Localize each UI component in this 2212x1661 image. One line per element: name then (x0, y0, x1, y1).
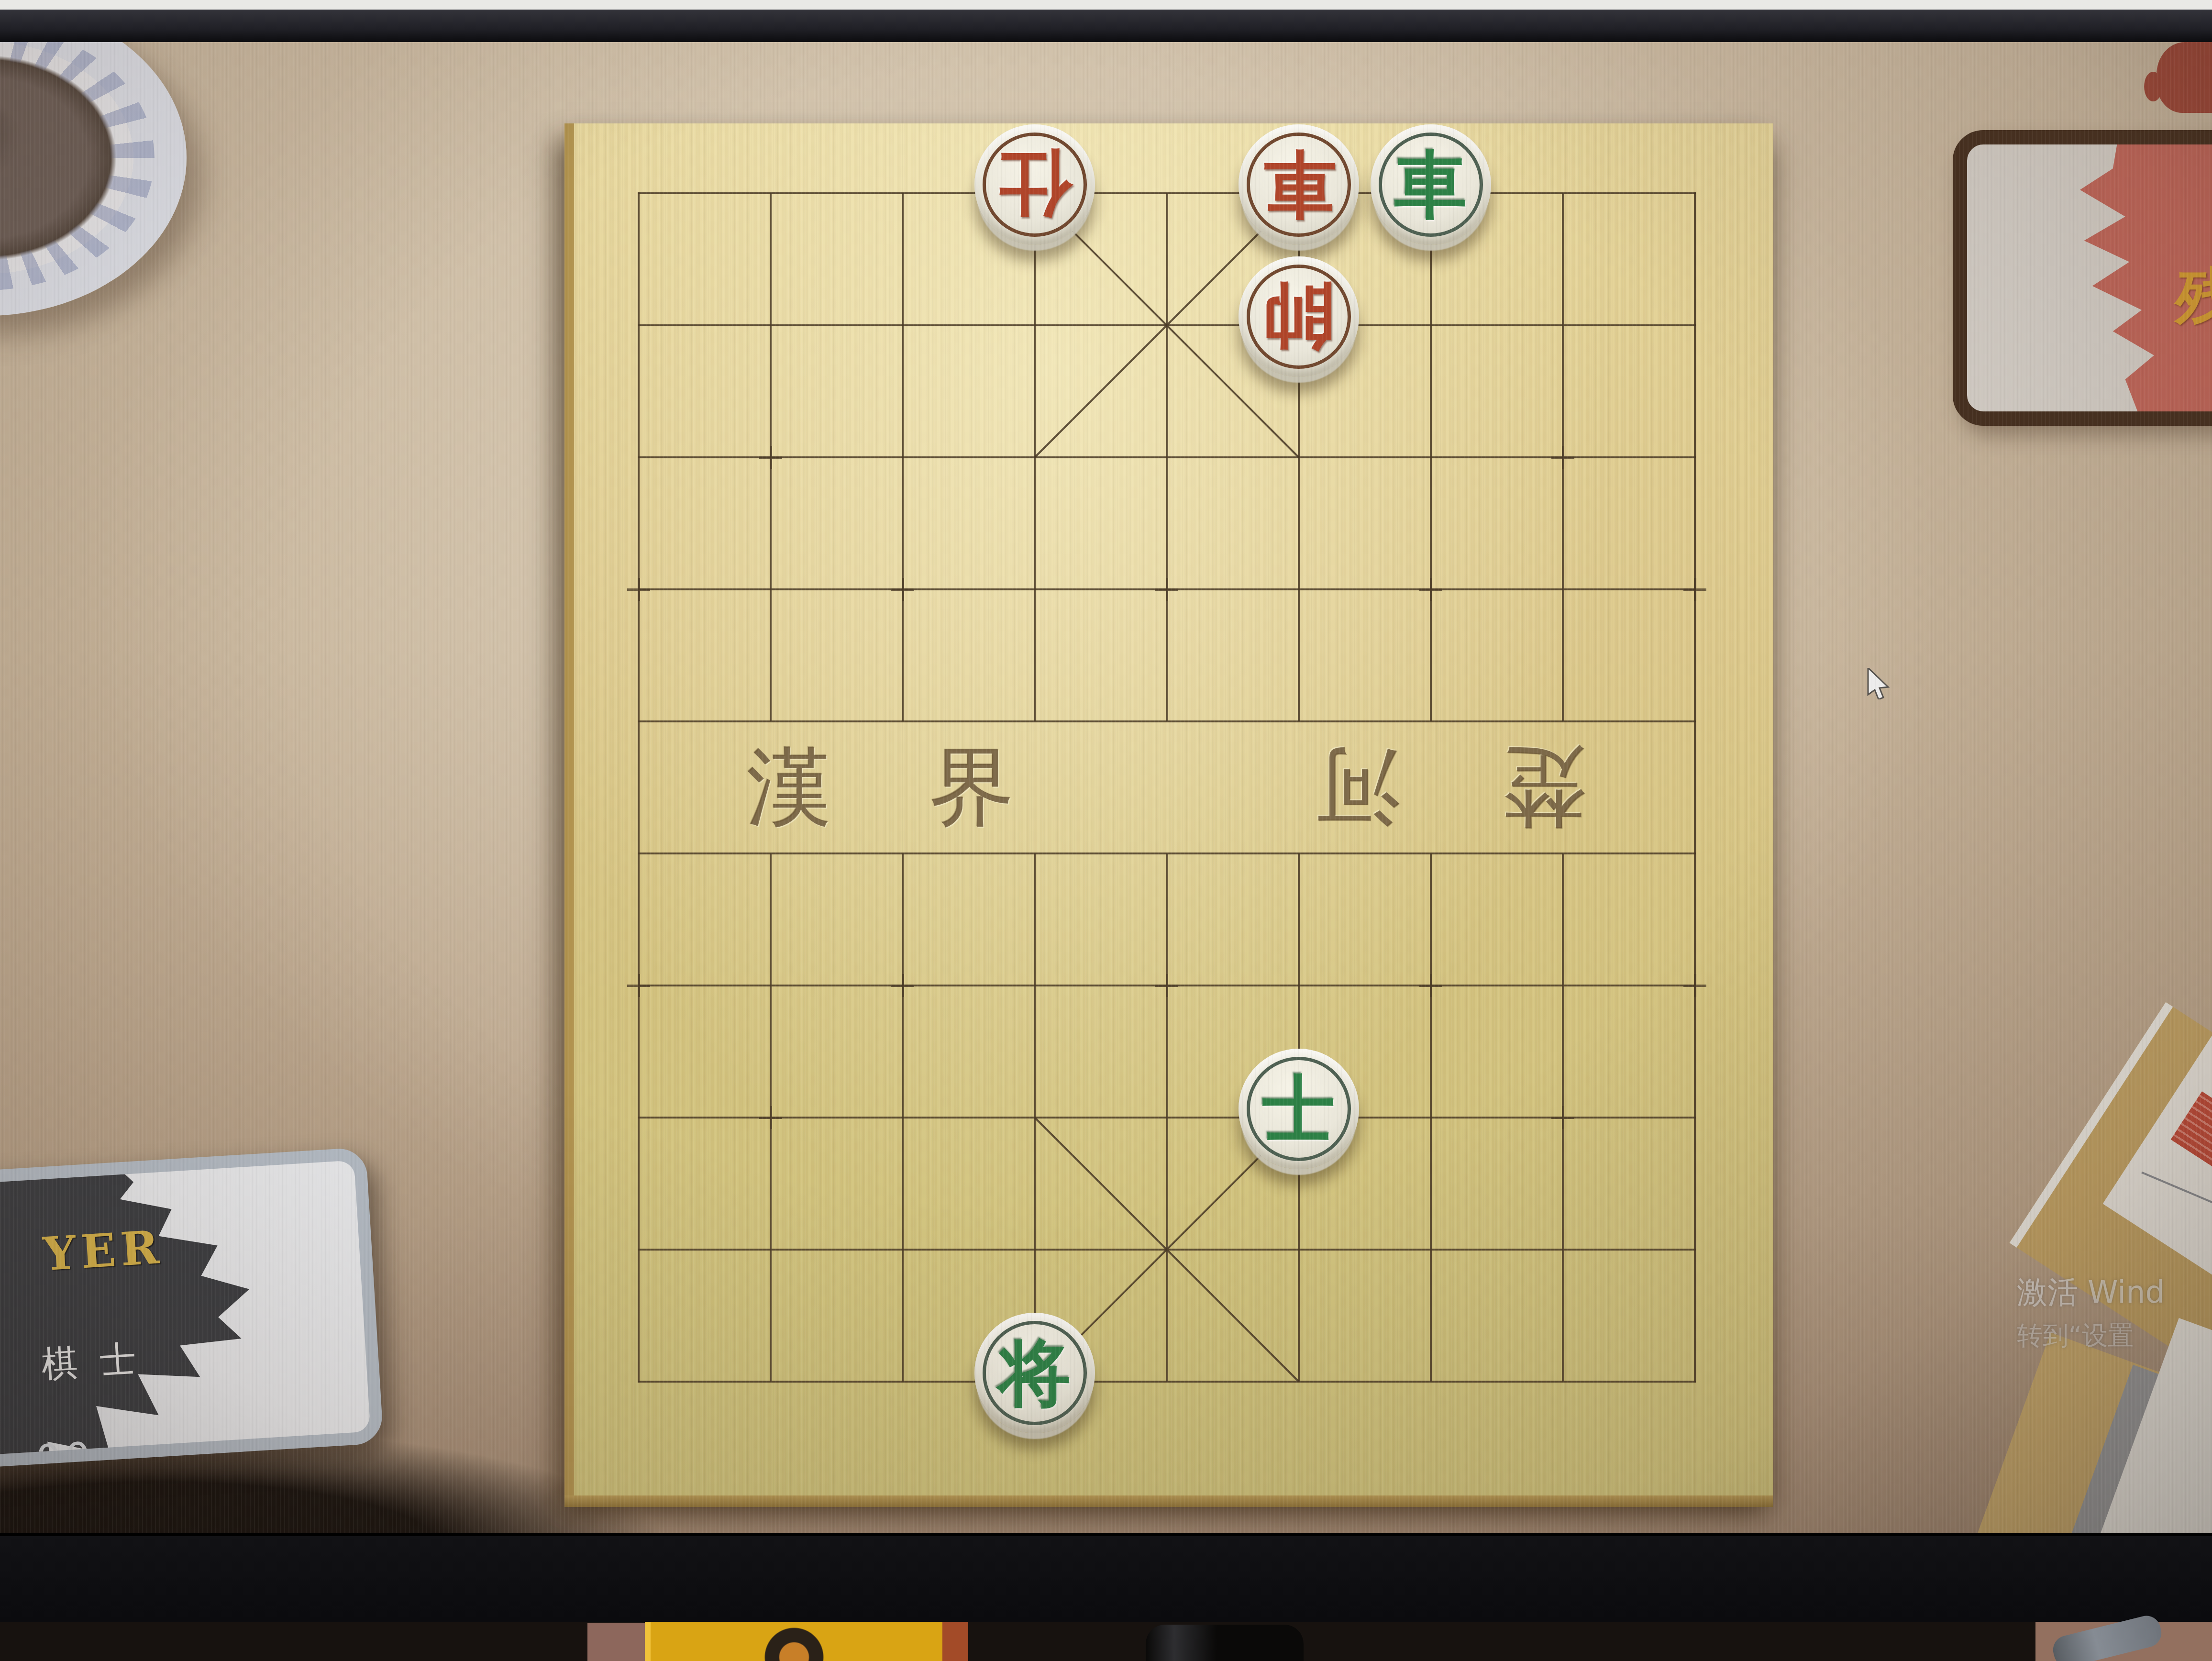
grid-line-vertical (1166, 193, 1168, 721)
windows-activation-watermark-line2: 转到“设置 (2017, 1318, 2134, 1353)
desk-surface (0, 1622, 2212, 1661)
wall-background (0, 0, 2212, 10)
monitor-bottom-bezel: 清华同方 M ◀ ▶ E (0, 1533, 2212, 1622)
grid-line-vertical (902, 853, 904, 1382)
position-marker (1418, 577, 1443, 602)
river-text-chu-he: 楚 (1487, 730, 1602, 845)
position-marker (758, 445, 783, 470)
position-marker (1418, 973, 1443, 998)
piece-red-general[interactable]: 帥 (1239, 256, 1359, 377)
grid-line-vertical (1430, 193, 1432, 721)
position-marker (758, 1105, 783, 1130)
river-text-han-jie: 漢 (732, 730, 847, 845)
mouse-cursor-icon (1867, 668, 1896, 699)
xiangqi-board[interactable]: 漢界河楚仕車車帥士将 (564, 123, 1773, 1495)
position-marker (1682, 973, 1707, 998)
position-marker (1550, 445, 1575, 470)
red-brush-stroke (2144, 72, 2162, 101)
game-screen: 残 漢界河楚仕車車帥士将 YER 棋士 00 激活 Wind 转到“设置 (0, 42, 2212, 1533)
piece-red-chariot[interactable]: 車 (1239, 124, 1359, 245)
piece-character: 将 (998, 1337, 1071, 1409)
grid-line-vertical (902, 193, 904, 721)
river-text-chu-he: 河 (1301, 730, 1416, 845)
piece-character: 車 (1394, 148, 1467, 221)
grid-line-vertical (1430, 853, 1432, 1382)
player-card: YER 棋士 00 (0, 1147, 384, 1469)
position-marker (1154, 577, 1179, 602)
position-marker (1682, 577, 1707, 602)
position-marker (1154, 973, 1179, 998)
river-text-han-jie: 界 (915, 730, 1029, 845)
red-brush-stroke (2157, 42, 2212, 113)
desk-wood-sliver (587, 1623, 645, 1661)
grid-line-vertical (638, 192, 640, 1383)
plaque-label: 残 (2168, 257, 2212, 334)
endgame-plaque: 残 (1953, 130, 2212, 426)
position-marker (890, 577, 915, 602)
monitor-top-bezel (0, 10, 2212, 42)
red-seal-stamp (2171, 1091, 2212, 1166)
piece-character: 士 (1262, 1073, 1335, 1145)
position-marker (890, 973, 915, 998)
position-marker (626, 973, 651, 998)
piece-red-advisor[interactable]: 仕 (974, 124, 1095, 245)
board-grid: 漢界河楚仕車車帥士将 (639, 193, 1695, 1382)
piece-green-chariot[interactable]: 車 (1371, 124, 1491, 245)
player-rank: 棋士 (40, 1333, 160, 1390)
dark-jar (1146, 1625, 1304, 1661)
position-marker (1550, 1105, 1575, 1130)
grid-line-vertical (1694, 192, 1696, 1383)
grid-line-vertical (1166, 853, 1168, 1382)
ink-splash (0, 1149, 326, 1469)
windows-activation-watermark-line1: 激活 Wind (2017, 1272, 2165, 1313)
player-name: YER (42, 1220, 165, 1281)
piece-character: 帥 (1262, 280, 1335, 353)
piece-green-advisor[interactable]: 士 (1239, 1049, 1359, 1169)
monitor-photo: 残 漢界河楚仕車車帥士将 YER 棋士 00 激活 Wind 转到“设置 (0, 0, 2212, 1661)
position-marker (626, 577, 651, 602)
teacup-plate (0, 42, 187, 316)
piece-character: 車 (1262, 148, 1335, 221)
piece-green-general[interactable]: 将 (974, 1313, 1095, 1433)
piece-character: 仕 (998, 148, 1071, 221)
paper-line (2141, 1172, 2212, 1235)
